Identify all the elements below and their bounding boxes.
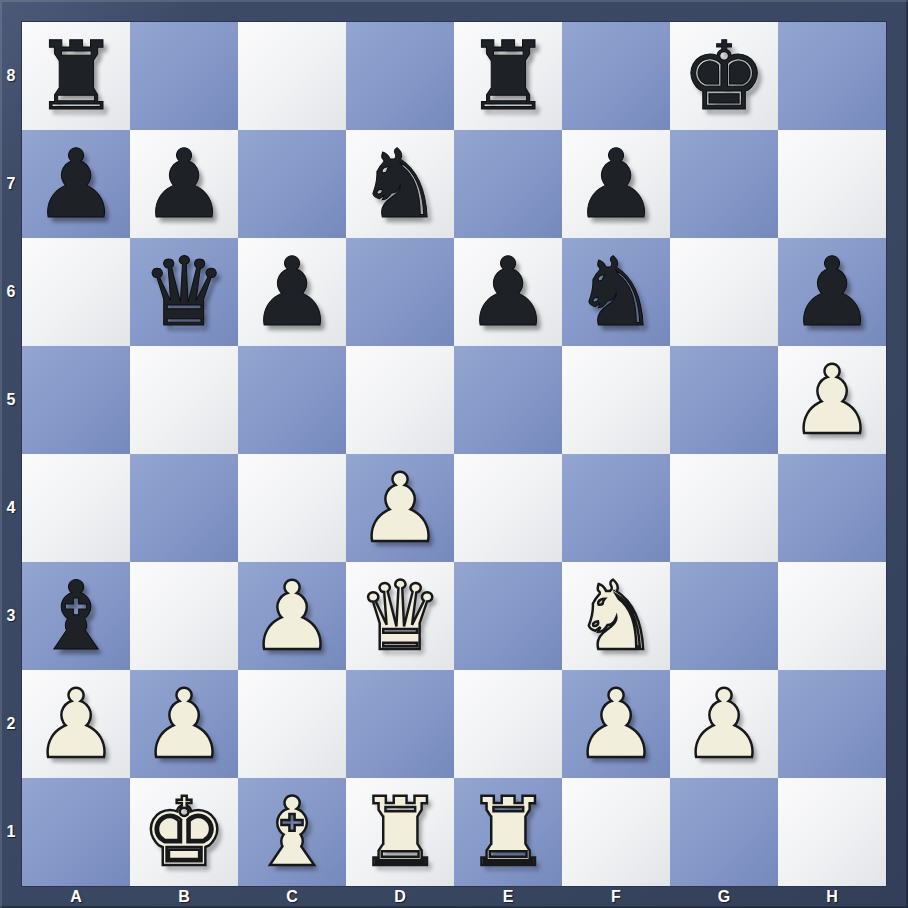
square-b7[interactable]: ♟ — [130, 130, 238, 238]
square-c8[interactable] — [238, 22, 346, 130]
piece-black-knight[interactable]: ♞ — [357, 130, 442, 238]
square-g3[interactable] — [670, 562, 778, 670]
piece-white-queen[interactable]: ♛ — [357, 562, 442, 670]
rank-label-6: 6 — [0, 238, 22, 346]
piece-black-pawn[interactable]: ♟ — [465, 238, 550, 346]
square-e3[interactable] — [454, 562, 562, 670]
square-g4[interactable] — [670, 454, 778, 562]
rank-label-7: 7 — [0, 130, 22, 238]
piece-white-pawn[interactable]: ♟ — [573, 670, 658, 778]
square-h1[interactable] — [778, 778, 886, 886]
rank-label-2: 2 — [0, 670, 22, 778]
square-a5[interactable] — [22, 346, 130, 454]
square-d6[interactable] — [346, 238, 454, 346]
piece-black-knight[interactable]: ♞ — [573, 238, 658, 346]
square-b1[interactable]: ♚ — [130, 778, 238, 886]
piece-white-rook[interactable]: ♜ — [465, 778, 550, 886]
piece-white-king[interactable]: ♚ — [141, 778, 226, 886]
piece-black-pawn[interactable]: ♟ — [789, 238, 874, 346]
piece-white-bishop[interactable]: ♝ — [249, 778, 334, 886]
file-label-h: H — [778, 886, 886, 908]
square-f4[interactable] — [562, 454, 670, 562]
square-b2[interactable]: ♟ — [130, 670, 238, 778]
square-d5[interactable] — [346, 346, 454, 454]
square-f8[interactable] — [562, 22, 670, 130]
square-b8[interactable] — [130, 22, 238, 130]
square-c6[interactable]: ♟ — [238, 238, 346, 346]
square-e1[interactable]: ♜ — [454, 778, 562, 886]
file-label-d: D — [346, 886, 454, 908]
piece-black-pawn[interactable]: ♟ — [573, 130, 658, 238]
square-a1[interactable] — [22, 778, 130, 886]
square-d3[interactable]: ♛ — [346, 562, 454, 670]
square-g7[interactable] — [670, 130, 778, 238]
piece-black-rook[interactable]: ♜ — [33, 22, 118, 130]
square-e4[interactable] — [454, 454, 562, 562]
rank-label-8: 8 — [0, 22, 22, 130]
file-label-c: C — [238, 886, 346, 908]
piece-white-pawn[interactable]: ♟ — [681, 670, 766, 778]
square-e2[interactable] — [454, 670, 562, 778]
square-e5[interactable] — [454, 346, 562, 454]
square-g2[interactable]: ♟ — [670, 670, 778, 778]
square-d4[interactable]: ♟ — [346, 454, 454, 562]
square-h8[interactable] — [778, 22, 886, 130]
square-d7[interactable]: ♞ — [346, 130, 454, 238]
piece-black-pawn[interactable]: ♟ — [33, 130, 118, 238]
rank-label-3: 3 — [0, 562, 22, 670]
file-label-g: G — [670, 886, 778, 908]
square-d2[interactable] — [346, 670, 454, 778]
piece-white-pawn[interactable]: ♟ — [357, 454, 442, 562]
square-c1[interactable]: ♝ — [238, 778, 346, 886]
square-g6[interactable] — [670, 238, 778, 346]
piece-black-pawn[interactable]: ♟ — [249, 238, 334, 346]
piece-white-pawn[interactable]: ♟ — [789, 346, 874, 454]
piece-black-rook[interactable]: ♜ — [465, 22, 550, 130]
square-a4[interactable] — [22, 454, 130, 562]
square-e7[interactable] — [454, 130, 562, 238]
file-label-b: B — [130, 886, 238, 908]
piece-black-pawn[interactable]: ♟ — [141, 130, 226, 238]
square-h6[interactable]: ♟ — [778, 238, 886, 346]
square-h7[interactable] — [778, 130, 886, 238]
piece-black-queen[interactable]: ♛ — [141, 238, 226, 346]
square-g5[interactable] — [670, 346, 778, 454]
square-h5[interactable]: ♟ — [778, 346, 886, 454]
file-label-f: F — [562, 886, 670, 908]
square-c4[interactable] — [238, 454, 346, 562]
square-c2[interactable] — [238, 670, 346, 778]
square-h2[interactable] — [778, 670, 886, 778]
square-f6[interactable]: ♞ — [562, 238, 670, 346]
file-labels: ABCDEFGH — [22, 886, 886, 908]
file-label-e: E — [454, 886, 562, 908]
rank-label-4: 4 — [0, 454, 22, 562]
chess-board: ♜♜♚♟♟♞♟♛♟♟♞♟♟♟♝♟♛♞♟♟♟♟♚♝♜♜ — [22, 22, 886, 886]
rank-label-1: 1 — [0, 778, 22, 886]
square-a7[interactable]: ♟ — [22, 130, 130, 238]
piece-white-knight[interactable]: ♞ — [573, 562, 658, 670]
piece-black-bishop[interactable]: ♝ — [33, 562, 118, 670]
piece-black-king[interactable]: ♚ — [681, 22, 766, 130]
square-a3[interactable]: ♝ — [22, 562, 130, 670]
square-f2[interactable]: ♟ — [562, 670, 670, 778]
square-b3[interactable] — [130, 562, 238, 670]
square-b5[interactable] — [130, 346, 238, 454]
square-b6[interactable]: ♛ — [130, 238, 238, 346]
square-a6[interactable] — [22, 238, 130, 346]
rank-label-5: 5 — [0, 346, 22, 454]
square-c3[interactable]: ♟ — [238, 562, 346, 670]
square-c5[interactable] — [238, 346, 346, 454]
square-f7[interactable]: ♟ — [562, 130, 670, 238]
square-g8[interactable]: ♚ — [670, 22, 778, 130]
file-label-a: A — [22, 886, 130, 908]
square-f1[interactable] — [562, 778, 670, 886]
square-a2[interactable]: ♟ — [22, 670, 130, 778]
square-d1[interactable]: ♜ — [346, 778, 454, 886]
square-h4[interactable] — [778, 454, 886, 562]
square-f5[interactable] — [562, 346, 670, 454]
square-d8[interactable] — [346, 22, 454, 130]
square-a8[interactable]: ♜ — [22, 22, 130, 130]
rank-labels: 87654321 — [0, 22, 22, 886]
piece-white-pawn[interactable]: ♟ — [249, 562, 334, 670]
square-g1[interactable] — [670, 778, 778, 886]
piece-white-rook[interactable]: ♜ — [357, 778, 442, 886]
piece-white-pawn[interactable]: ♟ — [33, 670, 118, 778]
square-h3[interactable] — [778, 562, 886, 670]
square-c7[interactable] — [238, 130, 346, 238]
square-e8[interactable]: ♜ — [454, 22, 562, 130]
square-e6[interactable]: ♟ — [454, 238, 562, 346]
square-b4[interactable] — [130, 454, 238, 562]
square-f3[interactable]: ♞ — [562, 562, 670, 670]
piece-white-pawn[interactable]: ♟ — [141, 670, 226, 778]
chess-board-frame: 87654321 ♜♜♚♟♟♞♟♛♟♟♞♟♟♟♝♟♛♞♟♟♟♟♚♝♜♜ ABCD… — [0, 0, 908, 908]
